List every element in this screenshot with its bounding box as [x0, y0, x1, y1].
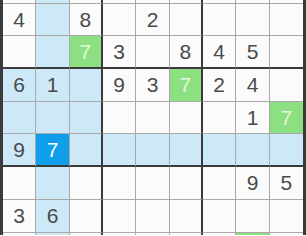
cell-r3c8[interactable]: 5 — [236, 36, 269, 69]
cell-r2c8[interactable] — [236, 4, 269, 37]
cell-r7c1[interactable] — [3, 167, 36, 200]
cell-r5c9[interactable]: 7 — [270, 102, 303, 135]
cell-r8c6[interactable] — [170, 200, 203, 233]
cell-r6c5[interactable] — [136, 134, 169, 167]
cell-r3c4[interactable]: 3 — [103, 36, 136, 69]
cell-r5c5[interactable] — [136, 102, 169, 135]
cell-r8c5[interactable] — [136, 200, 169, 233]
cell-r6c1[interactable]: 9 — [3, 134, 36, 167]
cell-r5c2[interactable] — [36, 102, 69, 135]
cell-r3c7[interactable]: 4 — [203, 36, 236, 69]
cell-r6c4[interactable] — [103, 134, 136, 167]
cell-r8c7[interactable] — [203, 200, 236, 233]
cell-r9c7[interactable] — [203, 233, 236, 236]
cell-r6c8[interactable] — [236, 134, 269, 167]
cell-r4c3[interactable] — [70, 69, 103, 102]
cell-r7c3[interactable] — [70, 167, 103, 200]
cell-r9c3[interactable] — [70, 233, 103, 236]
cell-r6c9[interactable] — [270, 134, 303, 167]
cell-r4c9[interactable] — [270, 69, 303, 102]
cell-r8c2[interactable]: 6 — [36, 200, 69, 233]
cell-r2c9[interactable] — [270, 4, 303, 37]
cell-r5c4[interactable] — [103, 102, 136, 135]
cell-r7c7[interactable] — [203, 167, 236, 200]
cell-r7c6[interactable] — [170, 167, 203, 200]
cell-r4c7[interactable]: 2 — [203, 69, 236, 102]
cell-r3c3[interactable]: 7 — [70, 36, 103, 69]
cell-r7c5[interactable] — [136, 167, 169, 200]
cell-r5c8[interactable]: 1 — [236, 102, 269, 135]
cell-r5c1[interactable] — [3, 102, 36, 135]
cell-r2c7[interactable] — [203, 4, 236, 37]
cell-r2c4[interactable] — [103, 4, 136, 37]
cell-r7c9[interactable]: 5 — [270, 167, 303, 200]
cell-r2c5[interactable]: 2 — [136, 4, 169, 37]
cell-r4c4[interactable]: 9 — [103, 69, 136, 102]
cell-r5c6[interactable] — [170, 102, 203, 135]
cell-r2c2[interactable] — [36, 4, 69, 37]
cell-r6c6[interactable] — [170, 134, 203, 167]
cell-r4c8[interactable]: 4 — [236, 69, 269, 102]
cell-r7c2[interactable] — [36, 167, 69, 200]
cell-r9c9[interactable] — [270, 233, 303, 236]
cell-r9c8[interactable]: 7 — [236, 233, 269, 236]
cell-r4c5[interactable]: 3 — [136, 69, 169, 102]
cell-r2c1[interactable]: 4 — [3, 4, 36, 37]
cell-r8c4[interactable] — [103, 200, 136, 233]
cell-r7c4[interactable] — [103, 167, 136, 200]
cell-r6c3[interactable] — [70, 134, 103, 167]
cell-r4c1[interactable]: 6 — [3, 69, 36, 102]
cell-r2c6[interactable] — [170, 4, 203, 37]
cell-r2c3[interactable]: 8 — [70, 4, 103, 37]
cell-r3c9[interactable] — [270, 36, 303, 69]
cell-r4c6[interactable]: 7 — [170, 69, 203, 102]
sudoku-screen: 482738456193724179795367 — [0, 0, 306, 235]
cell-r3c6[interactable]: 8 — [170, 36, 203, 69]
cell-r9c4[interactable] — [103, 233, 136, 236]
cell-r6c7[interactable] — [203, 134, 236, 167]
cell-r9c5[interactable] — [136, 233, 169, 236]
cell-r9c6[interactable] — [170, 233, 203, 236]
cell-r3c5[interactable] — [136, 36, 169, 69]
cell-r5c3[interactable] — [70, 102, 103, 135]
cell-r3c2[interactable] — [36, 36, 69, 69]
cell-r5c7[interactable] — [203, 102, 236, 135]
sudoku-board: 482738456193724179795367 — [0, 0, 306, 235]
cell-r9c1[interactable] — [3, 233, 36, 236]
cell-r3c1[interactable] — [3, 36, 36, 69]
cell-r8c8[interactable] — [236, 200, 269, 233]
cell-r7c8[interactable]: 9 — [236, 167, 269, 200]
cell-r4c2[interactable]: 1 — [36, 69, 69, 102]
cell-r6c2[interactable]: 7 — [36, 134, 69, 167]
cell-r8c3[interactable] — [70, 200, 103, 233]
cell-r8c1[interactable]: 3 — [3, 200, 36, 233]
cell-r9c2[interactable] — [36, 233, 69, 236]
cell-r8c9[interactable] — [270, 200, 303, 233]
